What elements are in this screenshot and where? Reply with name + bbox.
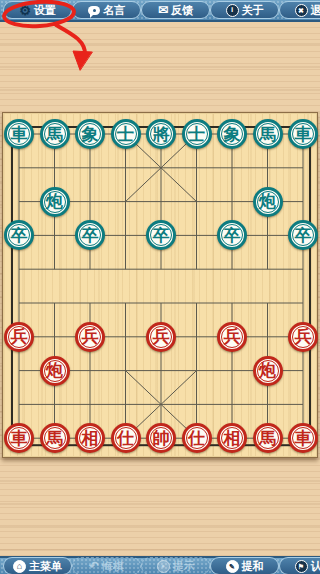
undo-arrow-icon: ↶: [89, 560, 99, 572]
hint-button-label: 提示: [173, 561, 195, 572]
app-screen: ⚙ 设置 名言 ✉ 反馈 i 关于 ✖ 退出 車馬象士將士象馬車炮炮卒卒卒卒卒兵…: [0, 0, 320, 574]
close-icon: ✖: [295, 4, 308, 17]
piece-red-兵[interactable]: 兵: [4, 322, 34, 352]
piece-red-炮[interactable]: 炮: [253, 356, 283, 386]
piece-red-馬[interactable]: 馬: [40, 423, 70, 453]
main-menu-button-label: 主菜单: [29, 561, 62, 572]
piece-black-馬[interactable]: 馬: [40, 119, 70, 149]
undo-move-button[interactable]: ↶ 悔棋: [72, 557, 141, 574]
piece-red-馬[interactable]: 馬: [253, 423, 283, 453]
piece-red-相[interactable]: 相: [75, 423, 105, 453]
gear-icon: ⚙: [19, 4, 31, 17]
piece-black-士[interactable]: 士: [182, 119, 212, 149]
piece-black-象[interactable]: 象: [217, 119, 247, 149]
offer-draw-button[interactable]: ✎ 提和: [210, 557, 279, 574]
piece-black-炮[interactable]: 炮: [253, 187, 283, 217]
pencil-icon: ✎: [226, 560, 239, 573]
piece-black-車[interactable]: 車: [4, 119, 34, 149]
quotes-button-label: 名言: [103, 5, 125, 16]
piece-black-馬[interactable]: 馬: [253, 119, 283, 149]
flag-icon: ⚑: [295, 560, 308, 573]
board-grid: [3, 113, 319, 459]
piece-black-炮[interactable]: 炮: [40, 187, 70, 217]
hint-button[interactable]: ● 提示: [141, 557, 210, 574]
quotes-button[interactable]: 名言: [72, 1, 141, 19]
piece-red-仕[interactable]: 仕: [182, 423, 212, 453]
xiangqi-board[interactable]: 車馬象士將士象馬車炮炮卒卒卒卒卒兵兵兵兵兵炮炮車馬相仕帥仕相馬車: [2, 112, 318, 458]
settings-button[interactable]: ⚙ 设置: [3, 1, 72, 19]
home-icon: ⌂: [13, 560, 26, 573]
about-button[interactable]: i 关于: [210, 1, 279, 19]
hint-icon: ●: [157, 560, 170, 573]
bottom-toolbar: ⌂ 主菜单 ↶ 悔棋 ● 提示 ✎ 提和 ⚑ 认输: [0, 556, 320, 574]
piece-black-車[interactable]: 車: [288, 119, 318, 149]
piece-black-象[interactable]: 象: [75, 119, 105, 149]
piece-black-將[interactable]: 將: [146, 119, 176, 149]
feedback-button-label: 反馈: [171, 5, 193, 16]
piece-black-士[interactable]: 士: [111, 119, 141, 149]
piece-red-仕[interactable]: 仕: [111, 423, 141, 453]
undo-move-button-label: 悔棋: [102, 561, 124, 572]
envelope-icon: ✉: [158, 4, 168, 16]
piece-red-車[interactable]: 車: [4, 423, 34, 453]
feedback-button[interactable]: ✉ 反馈: [141, 1, 210, 19]
settings-button-label: 设置: [34, 5, 56, 16]
piece-red-兵[interactable]: 兵: [288, 322, 318, 352]
piece-red-兵[interactable]: 兵: [75, 322, 105, 352]
piece-red-帥[interactable]: 帥: [146, 423, 176, 453]
piece-red-炮[interactable]: 炮: [40, 356, 70, 386]
about-button-label: 关于: [242, 5, 264, 16]
top-toolbar: ⚙ 设置 名言 ✉ 反馈 i 关于 ✖ 退出: [0, 0, 320, 22]
offer-draw-button-label: 提和: [242, 561, 264, 572]
info-icon: i: [226, 4, 239, 17]
exit-button[interactable]: ✖ 退出: [279, 1, 320, 19]
piece-red-兵[interactable]: 兵: [146, 322, 176, 352]
piece-red-相[interactable]: 相: [217, 423, 247, 453]
piece-red-車[interactable]: 車: [288, 423, 318, 453]
piece-red-兵[interactable]: 兵: [217, 322, 247, 352]
resign-button[interactable]: ⚑ 认输: [279, 557, 320, 574]
resign-button-label: 认输: [311, 561, 320, 572]
exit-button-label: 退出: [311, 5, 320, 16]
speech-bubble-icon: [88, 6, 100, 15]
main-menu-button[interactable]: ⌂ 主菜单: [3, 557, 72, 574]
